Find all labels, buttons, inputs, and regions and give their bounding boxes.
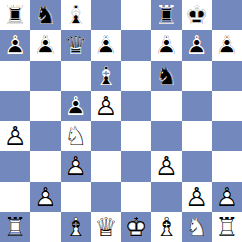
square-a4[interactable]: ♟♙ — [0, 121, 30, 151]
square-d8[interactable] — [91, 0, 121, 30]
white-knight-outline-glyph: ♘ — [61, 121, 91, 151]
white-pawn[interactable]: ♟♙ — [61, 151, 91, 181]
square-a8[interactable]: ♜♖ — [0, 0, 30, 30]
black-knight-outline-glyph: ♘ — [151, 61, 181, 91]
square-a6[interactable] — [0, 61, 30, 91]
black-rook[interactable]: ♜♖ — [151, 0, 181, 30]
square-f8[interactable]: ♜♖ — [151, 0, 181, 30]
square-h3[interactable] — [212, 151, 242, 181]
black-bishop-outline-glyph: ♗ — [61, 0, 91, 30]
square-f4[interactable] — [151, 121, 181, 151]
square-d3[interactable] — [91, 151, 121, 181]
square-a1[interactable]: ♜♖ — [0, 212, 30, 242]
square-c6[interactable] — [61, 61, 91, 91]
square-g4[interactable] — [182, 121, 212, 151]
white-bishop-outline-glyph: ♗ — [151, 212, 181, 242]
square-g8[interactable]: ♚♔ — [182, 0, 212, 30]
black-knight[interactable]: ♞♘ — [151, 61, 181, 91]
white-pawn-outline-glyph: ♙ — [91, 91, 121, 121]
square-c8[interactable]: ♝♗ — [61, 0, 91, 30]
square-h4[interactable] — [212, 121, 242, 151]
square-e5[interactable] — [121, 91, 151, 121]
square-g2[interactable]: ♟♙ — [182, 182, 212, 212]
black-pawn-outline-glyph: ♙ — [61, 91, 91, 121]
black-pawn-outline-glyph: ♙ — [182, 30, 212, 60]
square-f1[interactable]: ♝♗ — [151, 212, 181, 242]
white-pawn[interactable]: ♟♙ — [0, 121, 30, 151]
square-g1[interactable]: ♞♘ — [182, 212, 212, 242]
white-knight[interactable]: ♞♘ — [182, 212, 212, 242]
square-c5[interactable]: ♟♙ — [61, 91, 91, 121]
square-a3[interactable] — [0, 151, 30, 181]
white-pawn-outline-glyph: ♙ — [61, 151, 91, 181]
square-b2[interactable]: ♟♙ — [30, 182, 60, 212]
white-bishop-outline-glyph: ♗ — [61, 212, 91, 242]
square-f2[interactable] — [151, 182, 181, 212]
white-rook-outline-glyph: ♖ — [212, 212, 242, 242]
black-pawn[interactable]: ♟♙ — [61, 91, 91, 121]
square-e4[interactable] — [121, 121, 151, 151]
white-queen-outline-glyph: ♕ — [91, 212, 121, 242]
square-c1[interactable]: ♝♗ — [61, 212, 91, 242]
black-rook-outline-glyph: ♖ — [0, 0, 30, 30]
square-h8[interactable] — [212, 0, 242, 30]
square-f3[interactable]: ♟♙ — [151, 151, 181, 181]
square-g3[interactable] — [182, 151, 212, 181]
square-d2[interactable] — [91, 182, 121, 212]
black-knight-outline-glyph: ♘ — [30, 0, 60, 30]
white-pawn-outline-glyph: ♙ — [212, 182, 242, 212]
white-knight-outline-glyph: ♘ — [182, 212, 212, 242]
square-e7[interactable] — [121, 30, 151, 60]
black-king-outline-glyph: ♔ — [182, 0, 212, 30]
black-rook[interactable]: ♜♖ — [0, 0, 30, 30]
white-king-outline-glyph: ♔ — [121, 212, 151, 242]
square-e3[interactable] — [121, 151, 151, 181]
square-e8[interactable] — [121, 0, 151, 30]
square-b1[interactable] — [30, 212, 60, 242]
white-pawn-outline-glyph: ♙ — [0, 121, 30, 151]
square-f6[interactable]: ♞♘ — [151, 61, 181, 91]
square-c3[interactable]: ♟♙ — [61, 151, 91, 181]
square-d4[interactable] — [91, 121, 121, 151]
white-bishop[interactable]: ♝♗ — [151, 212, 181, 242]
square-b3[interactable] — [30, 151, 60, 181]
square-h7[interactable]: ♟♙ — [212, 30, 242, 60]
chess-board: ♜♖♞♘♝♗♜♖♚♔♟♙♟♙♛♕♟♙♟♙♟♙♟♙♝♗♞♘♟♙♟♙♟♙♞♘♟♙♟♙… — [0, 0, 242, 242]
white-pawn-outline-glyph: ♙ — [182, 182, 212, 212]
white-rook-outline-glyph: ♖ — [0, 212, 30, 242]
square-a7[interactable]: ♟♙ — [0, 30, 30, 60]
square-b4[interactable] — [30, 121, 60, 151]
white-bishop[interactable]: ♝♗ — [61, 212, 91, 242]
square-a2[interactable] — [0, 182, 30, 212]
square-d5[interactable]: ♟♙ — [91, 91, 121, 121]
white-queen[interactable]: ♛♕ — [91, 212, 121, 242]
square-d1[interactable]: ♛♕ — [91, 212, 121, 242]
square-d6[interactable]: ♝♗ — [91, 61, 121, 91]
black-pawn-outline-glyph: ♙ — [151, 30, 181, 60]
square-f5[interactable] — [151, 91, 181, 121]
square-c4[interactable]: ♞♘ — [61, 121, 91, 151]
square-h5[interactable] — [212, 91, 242, 121]
white-pawn[interactable]: ♟♙ — [182, 182, 212, 212]
white-pawn-outline-glyph: ♙ — [151, 151, 181, 181]
square-b6[interactable] — [30, 61, 60, 91]
white-knight[interactable]: ♞♘ — [61, 121, 91, 151]
white-king[interactable]: ♚♔ — [121, 212, 151, 242]
black-pawn[interactable]: ♟♙ — [0, 30, 30, 60]
square-e6[interactable] — [121, 61, 151, 91]
square-e1[interactable]: ♚♔ — [121, 212, 151, 242]
white-rook[interactable]: ♜♖ — [212, 212, 242, 242]
white-pawn[interactable]: ♟♙ — [91, 91, 121, 121]
square-b8[interactable]: ♞♘ — [30, 0, 60, 30]
black-bishop[interactable]: ♝♗ — [91, 61, 121, 91]
square-h6[interactable] — [212, 61, 242, 91]
square-g5[interactable] — [182, 91, 212, 121]
black-pawn-outline-glyph: ♙ — [0, 30, 30, 60]
black-pawn-outline-glyph: ♙ — [30, 30, 60, 60]
black-pawn[interactable]: ♟♙ — [91, 30, 121, 60]
white-pawn[interactable]: ♟♙ — [151, 151, 181, 181]
white-pawn[interactable]: ♟♙ — [212, 182, 242, 212]
square-f7[interactable]: ♟♙ — [151, 30, 181, 60]
black-pawn[interactable]: ♟♙ — [30, 30, 60, 60]
black-bishop[interactable]: ♝♗ — [61, 0, 91, 30]
square-g7[interactable]: ♟♙ — [182, 30, 212, 60]
black-pawn-outline-glyph: ♙ — [212, 30, 242, 60]
black-pawn[interactable]: ♟♙ — [151, 30, 181, 60]
square-b7[interactable]: ♟♙ — [30, 30, 60, 60]
square-c2[interactable] — [61, 182, 91, 212]
white-pawn-outline-glyph: ♙ — [30, 182, 60, 212]
black-bishop-outline-glyph: ♗ — [91, 61, 121, 91]
white-pawn[interactable]: ♟♙ — [30, 182, 60, 212]
white-rook[interactable]: ♜♖ — [0, 212, 30, 242]
black-knight[interactable]: ♞♘ — [30, 0, 60, 30]
square-b5[interactable] — [30, 91, 60, 121]
square-g6[interactable] — [182, 61, 212, 91]
black-rook-outline-glyph: ♖ — [151, 0, 181, 30]
black-queen[interactable]: ♛♕ — [61, 30, 91, 60]
square-h1[interactable]: ♜♖ — [212, 212, 242, 242]
black-pawn[interactable]: ♟♙ — [182, 30, 212, 60]
black-pawn-outline-glyph: ♙ — [91, 30, 121, 60]
black-pawn[interactable]: ♟♙ — [212, 30, 242, 60]
black-king[interactable]: ♚♔ — [182, 0, 212, 30]
square-d7[interactable]: ♟♙ — [91, 30, 121, 60]
square-c7[interactable]: ♛♕ — [61, 30, 91, 60]
square-e2[interactable] — [121, 182, 151, 212]
square-a5[interactable] — [0, 91, 30, 121]
black-queen-outline-glyph: ♕ — [61, 30, 91, 60]
square-h2[interactable]: ♟♙ — [212, 182, 242, 212]
